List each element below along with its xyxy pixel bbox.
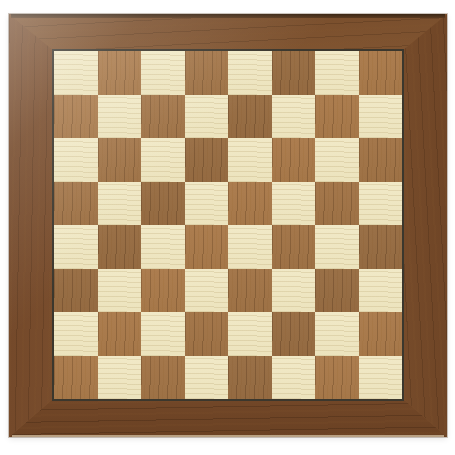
square-d3[interactable] xyxy=(185,269,229,313)
square-e2[interactable] xyxy=(228,312,272,356)
square-a2[interactable] xyxy=(54,312,98,356)
square-c5[interactable] xyxy=(141,182,185,226)
square-b1[interactable] xyxy=(98,356,142,400)
square-e5[interactable] xyxy=(228,182,272,226)
square-h7[interactable] xyxy=(359,95,403,139)
square-a5[interactable] xyxy=(54,182,98,226)
square-d7[interactable] xyxy=(185,95,229,139)
square-a4[interactable] xyxy=(54,225,98,269)
square-f5[interactable] xyxy=(272,182,316,226)
square-c3[interactable] xyxy=(141,269,185,313)
square-f4[interactable] xyxy=(272,225,316,269)
square-f1[interactable] xyxy=(272,356,316,400)
square-a7[interactable] xyxy=(54,95,98,139)
square-d6[interactable] xyxy=(185,138,229,182)
square-b5[interactable] xyxy=(98,182,142,226)
square-e7[interactable] xyxy=(228,95,272,139)
square-a8[interactable] xyxy=(54,51,98,95)
square-b4[interactable] xyxy=(98,225,142,269)
square-f8[interactable] xyxy=(272,51,316,95)
square-f3[interactable] xyxy=(272,269,316,313)
square-b8[interactable] xyxy=(98,51,142,95)
square-g3[interactable] xyxy=(315,269,359,313)
square-h5[interactable] xyxy=(359,182,403,226)
square-c7[interactable] xyxy=(141,95,185,139)
square-h1[interactable] xyxy=(359,356,403,400)
square-c4[interactable] xyxy=(141,225,185,269)
square-e8[interactable] xyxy=(228,51,272,95)
square-d1[interactable] xyxy=(185,356,229,400)
square-g5[interactable] xyxy=(315,182,359,226)
square-f6[interactable] xyxy=(272,138,316,182)
board-grid xyxy=(54,51,402,399)
square-g7[interactable] xyxy=(315,95,359,139)
square-d8[interactable] xyxy=(185,51,229,95)
chessboard xyxy=(9,14,447,437)
product-photo-background xyxy=(0,0,455,455)
square-c2[interactable] xyxy=(141,312,185,356)
square-a6[interactable] xyxy=(54,138,98,182)
square-b7[interactable] xyxy=(98,95,142,139)
square-a3[interactable] xyxy=(54,269,98,313)
board-outer-edge-bottom xyxy=(12,435,444,437)
square-f2[interactable] xyxy=(272,312,316,356)
square-h4[interactable] xyxy=(359,225,403,269)
square-b3[interactable] xyxy=(98,269,142,313)
square-f7[interactable] xyxy=(272,95,316,139)
square-a1[interactable] xyxy=(54,356,98,400)
square-d5[interactable] xyxy=(185,182,229,226)
square-b6[interactable] xyxy=(98,138,142,182)
square-e3[interactable] xyxy=(228,269,272,313)
square-g6[interactable] xyxy=(315,138,359,182)
square-c8[interactable] xyxy=(141,51,185,95)
square-e4[interactable] xyxy=(228,225,272,269)
square-e6[interactable] xyxy=(228,138,272,182)
square-d2[interactable] xyxy=(185,312,229,356)
square-h6[interactable] xyxy=(359,138,403,182)
square-g4[interactable] xyxy=(315,225,359,269)
square-b2[interactable] xyxy=(98,312,142,356)
square-e1[interactable] xyxy=(228,356,272,400)
playing-area xyxy=(52,49,404,401)
square-c1[interactable] xyxy=(141,356,185,400)
square-g8[interactable] xyxy=(315,51,359,95)
board-outer-edge-top xyxy=(11,14,445,18)
square-g1[interactable] xyxy=(315,356,359,400)
square-h8[interactable] xyxy=(359,51,403,95)
square-d4[interactable] xyxy=(185,225,229,269)
square-h2[interactable] xyxy=(359,312,403,356)
square-h3[interactable] xyxy=(359,269,403,313)
square-c6[interactable] xyxy=(141,138,185,182)
square-g2[interactable] xyxy=(315,312,359,356)
